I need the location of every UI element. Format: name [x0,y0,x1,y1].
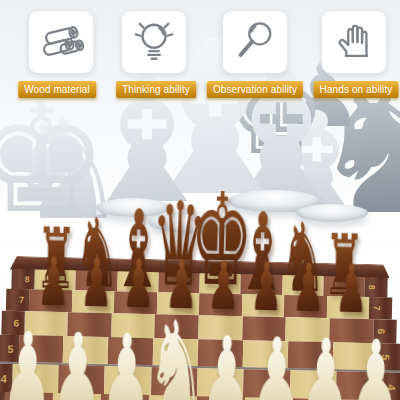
ribbon-thinking-ability: Thinking ability [116,81,196,98]
board-frame-left: 7 [6,289,29,312]
feature-card-observation [222,10,288,74]
board-frame-left: 8 [11,269,34,290]
hand-icon [331,19,377,65]
feature-card-wood [28,10,94,74]
wood-logs-icon [38,19,84,65]
board-frame-right: 7 [369,297,392,320]
ribbon-label: Wood material [24,84,90,95]
ribbon-observation-ability: Observation ability [207,81,303,98]
lightbulb-icon [131,19,177,65]
ribbon-wood-material: Wood material [18,81,96,98]
rank-label-left-8: 8 [25,274,30,284]
rank-label-left-7: 7 [19,295,24,305]
ribbon-label: Observation ability [213,84,297,95]
product-image: ♞♟♝♚♝♝♝♞♚ [0,0,400,400]
feature-card-thinking [121,10,187,74]
rank-label-right-7: 7 [372,306,382,311]
rank-label-right-8: 8 [367,285,377,290]
magnifier-icon [232,19,278,65]
ribbon-hands-on-ability: Hands on ability [314,81,399,98]
ribbon-label: Hands on ability [320,84,393,95]
feature-card-hands [321,10,387,74]
ribbon-label: Thinking ability [122,84,190,95]
